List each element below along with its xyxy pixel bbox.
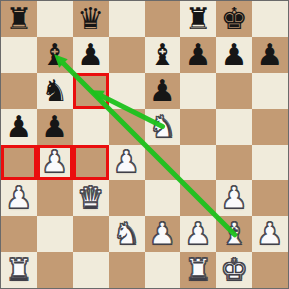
piece-black-bishop-e7[interactable]: ♝: [149, 40, 176, 70]
square-c7[interactable]: ♟: [73, 37, 109, 73]
square-c2[interactable]: [73, 216, 109, 252]
piece-black-pawn-c7[interactable]: ♟: [77, 40, 104, 70]
piece-white-knight-d2[interactable]: ♞: [113, 219, 140, 249]
chessboard-frame: ♜♛♜♚♝♟♝♟♟♟♞♟♟♟♞♟♟♟♛♟♞♟♟♝♟♜♜♚: [0, 0, 289, 289]
square-a3[interactable]: ♟: [1, 180, 37, 216]
square-h2[interactable]: ♟: [252, 216, 288, 252]
square-g8[interactable]: ♚: [216, 1, 252, 37]
square-a7[interactable]: [1, 37, 37, 73]
square-a1[interactable]: ♜: [1, 252, 37, 288]
square-b1[interactable]: [37, 252, 73, 288]
piece-white-pawn-g3[interactable]: ♟: [221, 183, 248, 213]
piece-black-pawn-e6[interactable]: ♟: [149, 76, 176, 106]
square-b6[interactable]: ♞: [37, 73, 73, 109]
square-g3[interactable]: ♟: [216, 180, 252, 216]
square-d3[interactable]: [109, 180, 145, 216]
square-d1[interactable]: [109, 252, 145, 288]
square-f3[interactable]: [180, 180, 216, 216]
square-b5[interactable]: ♟: [37, 109, 73, 145]
square-d7[interactable]: [109, 37, 145, 73]
piece-white-knight-e5[interactable]: ♞: [149, 112, 176, 142]
square-c4[interactable]: [73, 145, 109, 181]
piece-black-rook-a8[interactable]: ♜: [5, 4, 32, 34]
square-e2[interactable]: ♟: [145, 216, 181, 252]
square-e8[interactable]: [145, 1, 181, 37]
square-e3[interactable]: [145, 180, 181, 216]
square-b4[interactable]: ♟: [37, 145, 73, 181]
piece-black-queen-c8[interactable]: ♛: [77, 4, 104, 34]
square-g2[interactable]: ♝: [216, 216, 252, 252]
square-b8[interactable]: [37, 1, 73, 37]
piece-white-pawn-f2[interactable]: ♟: [185, 219, 212, 249]
square-h8[interactable]: [252, 1, 288, 37]
square-c5[interactable]: [73, 109, 109, 145]
square-f2[interactable]: ♟: [180, 216, 216, 252]
square-h5[interactable]: [252, 109, 288, 145]
square-e5[interactable]: ♞: [145, 109, 181, 145]
square-b7[interactable]: ♝: [37, 37, 73, 73]
square-d6[interactable]: [109, 73, 145, 109]
square-d8[interactable]: [109, 1, 145, 37]
piece-black-rook-f8[interactable]: ♜: [185, 4, 212, 34]
square-g1[interactable]: ♚: [216, 252, 252, 288]
square-f6[interactable]: [180, 73, 216, 109]
square-a5[interactable]: ♟: [1, 109, 37, 145]
square-f5[interactable]: [180, 109, 216, 145]
chess-board: ♜♛♜♚♝♟♝♟♟♟♞♟♟♟♞♟♟♟♛♟♞♟♟♝♟♜♜♚: [0, 0, 289, 289]
square-b3[interactable]: [37, 180, 73, 216]
square-h1[interactable]: [252, 252, 288, 288]
square-g6[interactable]: [216, 73, 252, 109]
square-h3[interactable]: [252, 180, 288, 216]
piece-white-pawn-h2[interactable]: ♟: [257, 219, 284, 249]
square-b2[interactable]: [37, 216, 73, 252]
square-c3[interactable]: ♛: [73, 180, 109, 216]
piece-white-king-g1[interactable]: ♚: [221, 255, 248, 285]
square-f7[interactable]: ♟: [180, 37, 216, 73]
square-e4[interactable]: [145, 145, 181, 181]
piece-white-pawn-a3[interactable]: ♟: [5, 183, 32, 213]
square-f4[interactable]: [180, 145, 216, 181]
square-e7[interactable]: ♝: [145, 37, 181, 73]
square-a2[interactable]: [1, 216, 37, 252]
square-a4[interactable]: [1, 145, 37, 181]
square-d2[interactable]: ♞: [109, 216, 145, 252]
square-f1[interactable]: ♜: [180, 252, 216, 288]
square-h7[interactable]: ♟: [252, 37, 288, 73]
square-a8[interactable]: ♜: [1, 1, 37, 37]
piece-white-pawn-d4[interactable]: ♟: [113, 147, 140, 177]
square-a6[interactable]: [1, 73, 37, 109]
piece-black-pawn-a5[interactable]: ♟: [5, 112, 32, 142]
piece-black-pawn-b5[interactable]: ♟: [41, 112, 68, 142]
square-c1[interactable]: [73, 252, 109, 288]
square-c6[interactable]: [73, 73, 109, 109]
square-h6[interactable]: [252, 73, 288, 109]
square-c8[interactable]: ♛: [73, 1, 109, 37]
piece-white-rook-f1[interactable]: ♜: [185, 255, 212, 285]
piece-black-knight-b6[interactable]: ♞: [41, 76, 68, 106]
square-g4[interactable]: [216, 145, 252, 181]
square-d4[interactable]: ♟: [109, 145, 145, 181]
piece-black-king-g8[interactable]: ♚: [221, 4, 248, 34]
piece-white-rook-a1[interactable]: ♜: [5, 255, 32, 285]
square-e6[interactable]: ♟: [145, 73, 181, 109]
piece-black-bishop-b7[interactable]: ♝: [41, 40, 68, 70]
square-d5[interactable]: [109, 109, 145, 145]
piece-white-bishop-g2[interactable]: ♝: [221, 219, 248, 249]
piece-white-pawn-b4[interactable]: ♟: [41, 147, 68, 177]
piece-black-pawn-h7[interactable]: ♟: [257, 40, 284, 70]
square-f8[interactable]: ♜: [180, 1, 216, 37]
piece-white-pawn-e2[interactable]: ♟: [149, 219, 176, 249]
piece-black-pawn-g7[interactable]: ♟: [221, 40, 248, 70]
square-g7[interactable]: ♟: [216, 37, 252, 73]
square-e1[interactable]: [145, 252, 181, 288]
piece-white-queen-c3[interactable]: ♛: [77, 183, 104, 213]
square-g5[interactable]: [216, 109, 252, 145]
piece-black-pawn-f7[interactable]: ♟: [185, 40, 212, 70]
square-h4[interactable]: [252, 145, 288, 181]
